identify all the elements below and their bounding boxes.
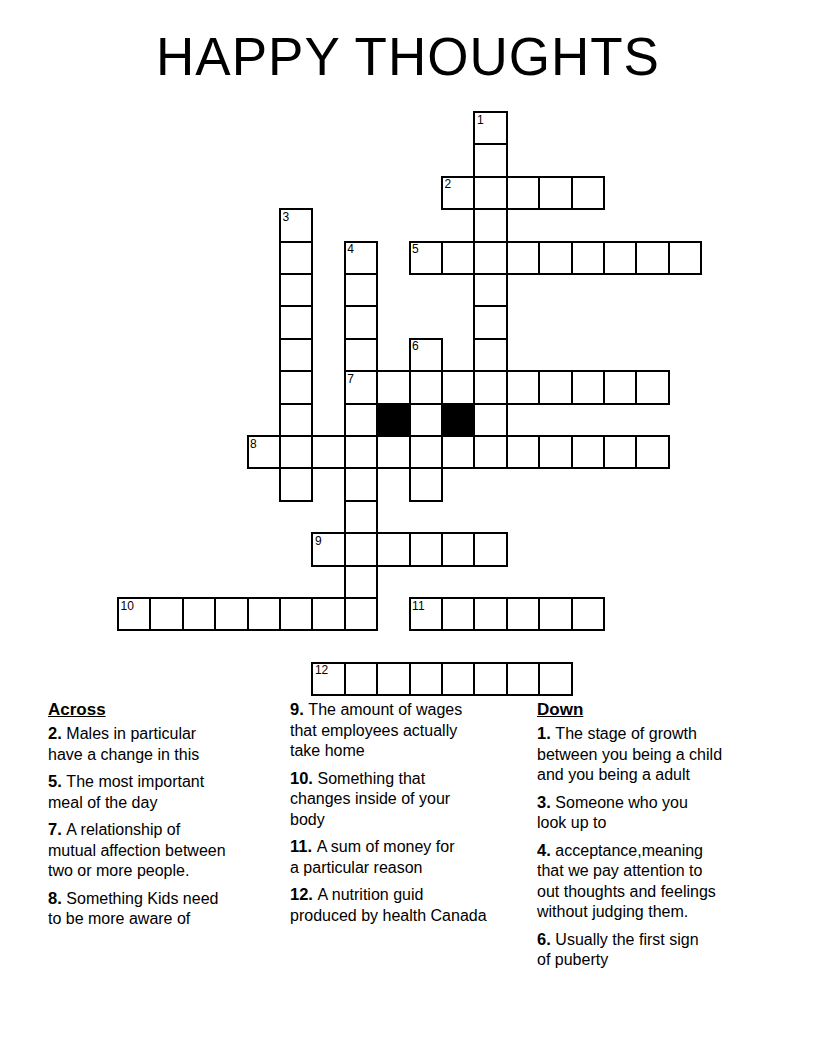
clue-number-label: 10. (290, 769, 318, 787)
cell-r9c7[interactable] (344, 403, 378, 437)
clue-text: The most important meal of the day (48, 773, 204, 811)
cell-r10c9[interactable] (409, 435, 443, 469)
clue-down-3: 3. Someone who you look up to (537, 792, 791, 834)
cell-r10c11[interactable] (473, 435, 507, 469)
clue-number-label: 12. (290, 885, 318, 903)
cell-r8c14[interactable] (571, 370, 605, 404)
clue-text: Males in particular have a change in thi… (48, 725, 199, 763)
cell-r15c5[interactable] (279, 597, 313, 631)
clue-number-label: 8. (48, 889, 66, 907)
cell-r4c15[interactable] (603, 241, 637, 275)
clue-number-5: 5 (412, 243, 419, 255)
down-header: Down (537, 699, 791, 720)
crossword-page: HAPPY THOUGHTS 123456789101112 Across 2.… (0, 0, 816, 1056)
cell-r14c7[interactable] (344, 565, 378, 599)
cell-r17c7[interactable] (344, 662, 378, 696)
cell-r15c2[interactable] (182, 597, 216, 631)
cell-r10c5[interactable] (279, 435, 313, 469)
cell-r10c16[interactable] (635, 435, 669, 469)
clue-number-3: 3 (283, 211, 290, 223)
cell-r17c8[interactable] (376, 662, 410, 696)
cell-r4c17[interactable] (668, 241, 702, 275)
clue-down-1: 1. The stage of growth between you being… (537, 723, 791, 786)
clue-down-4: 4. acceptance,meaning that we pay attent… (537, 840, 791, 923)
clue-across-7: 7. A relationship of mutual affection be… (48, 819, 284, 882)
across-header: Across (48, 699, 284, 720)
cell-r6c11[interactable] (473, 305, 507, 339)
cell-r13c8[interactable] (376, 532, 410, 566)
cell-r15c6[interactable] (311, 597, 345, 631)
across-clues-column-2: 9. The amount of wages that employees ac… (290, 699, 536, 932)
clue-across-12: 12. A nutrition guid produced by health … (290, 884, 536, 926)
across-clue-list-2: 9. The amount of wages that employees ac… (290, 699, 536, 926)
cell-r17c11[interactable] (473, 662, 507, 696)
clue-number-9: 9 (315, 535, 322, 547)
clue-text: A relationship of mutual affection betwe… (48, 821, 226, 879)
clue-number-label: 4. (537, 841, 555, 859)
cell-r15c10[interactable] (441, 597, 475, 631)
across-clue-list-1: 2. Males in particular have a change in … (48, 723, 284, 930)
cell-r5c7[interactable] (344, 273, 378, 307)
down-clues-column: Down 1. The stage of growth between you … (537, 699, 791, 977)
clue-number-10: 10 (121, 600, 134, 612)
cell-r6c7[interactable] (344, 305, 378, 339)
clue-text: Something Kids need to be more aware of (48, 890, 218, 928)
clue-number-7: 7 (347, 373, 354, 385)
cell-r8c8[interactable] (376, 370, 410, 404)
cell-r10c15[interactable] (603, 435, 637, 469)
cell-r15c13[interactable] (538, 597, 572, 631)
cell-r8c13[interactable] (538, 370, 572, 404)
cell-r17c12[interactable] (506, 662, 540, 696)
clue-across-10: 10. Something that changes inside of you… (290, 768, 536, 831)
cell-r6c5[interactable] (279, 305, 313, 339)
cell-r7c5[interactable] (279, 338, 313, 372)
cell-r8c9[interactable] (409, 370, 443, 404)
cell-r7c7[interactable] (344, 338, 378, 372)
cell-r15c7[interactable] (344, 597, 378, 631)
cell-r13c9[interactable] (409, 532, 443, 566)
across-clues-column-1: Across 2. Males in particular have a cha… (48, 699, 284, 936)
cell-r7c11[interactable] (473, 338, 507, 372)
clue-text: A nutrition guid produced by health Cana… (290, 886, 487, 924)
cell-r10c7[interactable] (344, 435, 378, 469)
cell-r9c9[interactable] (409, 403, 443, 437)
cell-r8c5[interactable] (279, 370, 313, 404)
cell-r15c1[interactable] (149, 597, 183, 631)
cell-r15c3[interactable] (214, 597, 248, 631)
down-clue-list: 1. The stage of growth between you being… (537, 723, 791, 971)
cell-r11c7[interactable] (344, 467, 378, 501)
cell-r2c14[interactable] (571, 176, 605, 210)
cell-r3c11[interactable] (473, 208, 507, 242)
clue-number-label: 5. (48, 772, 66, 790)
cell-r17c13[interactable] (538, 662, 572, 696)
clue-across-11: 11. A sum of money for a particular reas… (290, 836, 536, 878)
cell-r10c10[interactable] (441, 435, 475, 469)
cell-r2c13[interactable] (538, 176, 572, 210)
crossword-grid: 123456789101112 (117, 111, 816, 701)
clue-across-8: 8. Something Kids need to be more aware … (48, 888, 284, 930)
cell-r11c9[interactable] (409, 467, 443, 501)
cell-r15c12[interactable] (506, 597, 540, 631)
clue-number-6: 6 (412, 340, 419, 352)
cell-r8c15[interactable] (603, 370, 637, 404)
cell-r4c13[interactable] (538, 241, 572, 275)
puzzle-title: HAPPY THOUGHTS (0, 26, 816, 87)
clue-number-label: 11. (290, 837, 317, 855)
cell-r17c10[interactable] (441, 662, 475, 696)
clue-number-2: 2 (445, 178, 452, 190)
cell-r1c11[interactable] (473, 143, 507, 177)
cell-r5c5[interactable] (279, 273, 313, 307)
cell-r13c11[interactable] (473, 532, 507, 566)
clue-across-9: 9. The amount of wages that employees ac… (290, 699, 536, 762)
cell-r2c12[interactable] (506, 176, 540, 210)
cell-r9c5[interactable] (279, 403, 313, 437)
cell-r15c14[interactable] (571, 597, 605, 631)
cell-r12c7[interactable] (344, 500, 378, 534)
cell-r15c11[interactable] (473, 597, 507, 631)
cell-r17c9[interactable] (409, 662, 443, 696)
cell-r4c16[interactable] (635, 241, 669, 275)
clue-number-label: 7. (48, 820, 66, 838)
cell-r10c8[interactable] (376, 435, 410, 469)
cell-r15c4[interactable] (247, 597, 281, 631)
cell-r4c11[interactable] (473, 241, 507, 275)
clue-across-5: 5. The most important meal of the day (48, 771, 284, 813)
cell-r10c6[interactable] (311, 435, 345, 469)
cell-r4c14[interactable] (571, 241, 605, 275)
cell-r11c5[interactable] (279, 467, 313, 501)
clue-number-11: 11 (412, 600, 424, 612)
clue-number-label: 6. (537, 930, 555, 948)
clue-text: The stage of growth between you being a … (537, 725, 722, 783)
clue-number-12: 12 (315, 664, 328, 676)
cell-r13c7[interactable] (344, 532, 378, 566)
cell-r8c16[interactable] (635, 370, 669, 404)
clue-number-1: 1 (477, 114, 484, 126)
cell-r10c14[interactable] (571, 435, 605, 469)
cell-r9c11[interactable] (473, 403, 507, 437)
clue-down-6: 6. Usually the first sign of puberty (537, 929, 791, 971)
cell-r8c11[interactable] (473, 370, 507, 404)
clue-number-4: 4 (347, 243, 354, 255)
clue-text: acceptance,meaning that we pay attention… (537, 842, 716, 921)
clue-across-2: 2. Males in particular have a change in … (48, 723, 284, 765)
cell-r2c11[interactable] (473, 176, 507, 210)
clue-text: The amount of wages that employees actua… (290, 701, 462, 759)
clue-text: Someone who you look up to (537, 794, 688, 832)
cell-r4c10[interactable] (441, 241, 475, 275)
cell-r10c12[interactable] (506, 435, 540, 469)
clue-number-label: 9. (290, 700, 308, 718)
black-cell-r9c10 (441, 403, 475, 437)
cell-r5c11[interactable] (473, 273, 507, 307)
cell-r10c13[interactable] (538, 435, 572, 469)
clue-number-8: 8 (250, 438, 257, 450)
cell-r8c12[interactable] (506, 370, 540, 404)
clue-number-label: 1. (537, 724, 555, 742)
cell-r4c5[interactable] (279, 241, 313, 275)
black-cell-r9c8 (376, 403, 410, 437)
cell-r8c10[interactable] (441, 370, 475, 404)
cell-r4c12[interactable] (506, 241, 540, 275)
cell-r13c10[interactable] (441, 532, 475, 566)
clue-text: Usually the first sign of puberty (537, 931, 699, 969)
clue-number-label: 3. (537, 793, 555, 811)
clue-number-label: 2. (48, 724, 66, 742)
